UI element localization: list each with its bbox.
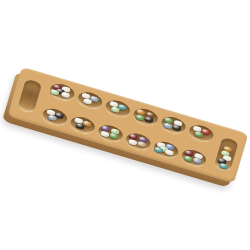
- pit-back-5[interactable]: [159, 114, 187, 135]
- product-photo-background: [0, 0, 250, 250]
- pit-back-4[interactable]: [131, 106, 159, 127]
- mancala-board: [8, 67, 249, 184]
- pit-back-1[interactable]: [48, 81, 76, 102]
- pit-front-1[interactable]: [41, 106, 69, 127]
- pit-front-2[interactable]: [69, 114, 97, 135]
- store-left: [17, 79, 42, 114]
- stone-teal: [219, 162, 229, 170]
- pit-back-2[interactable]: [76, 90, 104, 111]
- pit-front-6[interactable]: [180, 147, 208, 168]
- board-top-surface: [8, 67, 249, 184]
- pit-back-3[interactable]: [104, 98, 132, 119]
- pit-front-4[interactable]: [124, 131, 152, 152]
- pit-front-3[interactable]: [96, 123, 124, 144]
- pit-back-6[interactable]: [187, 122, 215, 143]
- store-right: [214, 137, 239, 172]
- pit-front-5[interactable]: [152, 139, 180, 160]
